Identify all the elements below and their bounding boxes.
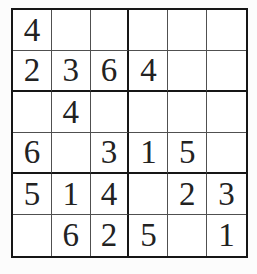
cell-r2c5[interactable] [168, 51, 207, 92]
cell-r3c6[interactable] [207, 92, 246, 133]
cell-r1c4[interactable] [129, 10, 168, 51]
cell-r3c1[interactable] [13, 92, 52, 133]
cell-r4c4[interactable]: 1 [129, 133, 168, 174]
cell-r4c6[interactable] [207, 133, 246, 174]
cell-r6c6[interactable]: 1 [207, 215, 246, 256]
cell-r5c5[interactable]: 2 [168, 174, 207, 215]
cell-r1c6[interactable] [207, 10, 246, 51]
cell-r1c5[interactable] [168, 10, 207, 51]
cell-r6c2[interactable]: 6 [52, 215, 91, 256]
cell-r6c3[interactable]: 2 [91, 215, 130, 256]
cell-r6c4[interactable]: 5 [129, 215, 168, 256]
cell-r4c3[interactable]: 3 [91, 133, 130, 174]
cell-r5c6[interactable]: 3 [207, 174, 246, 215]
cell-r2c3[interactable]: 6 [91, 51, 130, 92]
cell-r3c2[interactable]: 4 [52, 92, 91, 133]
cell-r3c3[interactable] [91, 92, 130, 133]
cell-r3c4[interactable] [129, 92, 168, 133]
cell-r5c1[interactable]: 5 [13, 174, 52, 215]
cell-r2c2[interactable]: 3 [52, 51, 91, 92]
cell-r2c4[interactable]: 4 [129, 51, 168, 92]
cell-r5c3[interactable]: 4 [91, 174, 130, 215]
cell-r5c2[interactable]: 1 [52, 174, 91, 215]
cell-r4c2[interactable] [52, 133, 91, 174]
cell-r1c3[interactable] [91, 10, 130, 51]
sudoku-board: 4 2 3 6 4 4 6 3 1 5 5 1 4 2 3 6 2 5 1 [11, 8, 248, 258]
cell-r4c1[interactable]: 6 [13, 133, 52, 174]
cell-r5c4[interactable] [129, 174, 168, 215]
cell-r6c1[interactable] [13, 215, 52, 256]
cell-r1c1[interactable]: 4 [13, 10, 52, 51]
cell-r6c5[interactable] [168, 215, 207, 256]
cell-r4c5[interactable]: 5 [168, 133, 207, 174]
cell-r3c5[interactable] [168, 92, 207, 133]
cell-r1c2[interactable] [52, 10, 91, 51]
cell-r2c6[interactable] [207, 51, 246, 92]
cell-r2c1[interactable]: 2 [13, 51, 52, 92]
